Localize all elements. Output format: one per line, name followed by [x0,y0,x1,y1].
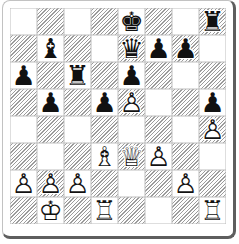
square-f8 [145,8,172,35]
square-c2: ♙ [64,170,91,197]
diagram-frame: ♚♜♝♛♟♟♟♜♟♟♟♙♟♙♗♕♙♙♙♙♙♔♖♖ [2,0,236,239]
black-rook: ♜ [65,62,89,89]
square-c6: ♜ [64,62,91,89]
square-d7 [91,35,118,62]
square-d4 [91,116,118,143]
black-king: ♚ [119,8,143,35]
square-e5: ♙ [118,89,145,116]
square-h8: ♜ [199,8,226,35]
black-pawn: ♟ [119,62,143,89]
square-b3 [37,143,64,170]
white-queen: ♕ [119,143,143,170]
square-b5: ♟ [37,89,64,116]
square-f6 [145,62,172,89]
square-c8 [64,8,91,35]
square-d6 [91,62,118,89]
white-pawn: ♙ [38,170,62,197]
page-background: ♚♜♝♛♟♟♟♜♟♟♟♙♟♙♗♕♙♙♙♙♙♔♖♖ [0,0,239,244]
square-f5 [145,89,172,116]
square-g7: ♟ [172,35,199,62]
square-h6 [199,62,226,89]
square-h2 [199,170,226,197]
square-b8 [37,8,64,35]
square-f4 [145,116,172,143]
square-d5: ♟ [91,89,118,116]
white-bishop: ♗ [92,143,116,170]
square-a4 [10,116,37,143]
black-rook: ♜ [200,8,224,35]
square-a5 [10,89,37,116]
square-d1: ♖ [91,197,118,224]
square-h3 [199,143,226,170]
square-d8 [91,8,118,35]
square-e8: ♚ [118,8,145,35]
square-g2: ♙ [172,170,199,197]
square-c4 [64,116,91,143]
square-d2 [91,170,118,197]
square-d3: ♗ [91,143,118,170]
square-a2: ♙ [10,170,37,197]
square-a7 [10,35,37,62]
white-pawn: ♙ [11,170,35,197]
black-pawn: ♟ [146,35,170,62]
square-b6 [37,62,64,89]
black-queen: ♛ [119,35,143,62]
square-f2 [145,170,172,197]
square-c5 [64,89,91,116]
square-b4 [37,116,64,143]
black-pawn: ♟ [38,89,62,116]
square-a3 [10,143,37,170]
square-h4: ♙ [199,116,226,143]
black-pawn: ♟ [11,62,35,89]
square-c3 [64,143,91,170]
square-f7: ♟ [145,35,172,62]
square-f1 [145,197,172,224]
square-e1 [118,197,145,224]
square-c1 [64,197,91,224]
square-b1: ♔ [37,197,64,224]
square-g8 [172,8,199,35]
square-e4 [118,116,145,143]
white-pawn: ♙ [65,170,89,197]
square-h5: ♟ [199,89,226,116]
chess-board: ♚♜♝♛♟♟♟♜♟♟♟♙♟♙♗♕♙♙♙♙♙♔♖♖ [10,8,226,224]
square-c7 [64,35,91,62]
white-pawn: ♙ [119,89,143,116]
square-g3 [172,143,199,170]
square-f3: ♙ [145,143,172,170]
white-pawn: ♙ [200,116,224,143]
black-bishop: ♝ [38,35,62,62]
square-h7 [199,35,226,62]
white-rook: ♖ [92,197,116,224]
square-g4 [172,116,199,143]
square-g5 [172,89,199,116]
white-king: ♔ [38,197,62,224]
square-e7: ♛ [118,35,145,62]
square-e2 [118,170,145,197]
black-pawn: ♟ [173,35,197,62]
black-pawn: ♟ [200,89,224,116]
square-g1 [172,197,199,224]
square-h1: ♖ [199,197,226,224]
square-a8 [10,8,37,35]
square-a6: ♟ [10,62,37,89]
white-pawn: ♙ [173,170,197,197]
square-g6 [172,62,199,89]
black-pawn: ♟ [92,89,116,116]
white-pawn: ♙ [146,143,170,170]
white-rook: ♖ [200,197,224,224]
square-a1 [10,197,37,224]
square-b2: ♙ [37,170,64,197]
square-e3: ♕ [118,143,145,170]
square-e6: ♟ [118,62,145,89]
square-b7: ♝ [37,35,64,62]
